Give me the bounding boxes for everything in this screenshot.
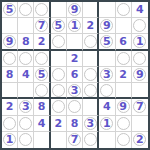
cell-r6c6[interactable] [83,83,99,99]
cell-r7c9[interactable]: 7 [132,99,148,115]
cell-r9c5[interactable]: 7 [67,132,83,148]
odd-marker-circle [84,133,97,146]
given-digit: 7 [34,18,48,33]
cell-r2c2[interactable] [18,18,34,34]
given-digit: 5 [99,34,114,48]
cell-r7c5[interactable] [67,99,83,115]
given-digit: 4 [132,2,148,17]
cell-r8c2[interactable] [18,116,34,132]
odd-marker-circle [52,35,65,48]
cell-r4c9[interactable] [132,51,148,67]
cell-r5c7[interactable]: 3 [99,67,115,83]
cell-r1c8[interactable] [116,2,132,18]
cell-r1c2[interactable] [18,2,34,18]
odd-marker-circle [35,84,48,97]
odd-marker-circle [84,68,97,81]
given-digit: 4 [18,67,33,82]
given-digit: 8 [34,99,48,114]
given-digit: 2 [51,116,66,131]
cell-r8c4[interactable]: 2 [51,116,67,132]
cell-r1c3[interactable] [34,2,50,18]
cell-r8c5[interactable]: 8 [67,116,83,132]
odd-marker-circle [84,35,97,48]
cell-r9c8[interactable] [116,132,132,148]
cell-r5c4[interactable] [51,67,67,83]
cell-r9c7[interactable] [99,132,115,148]
odd-marker-circle [19,3,32,16]
sudoku-board: 5947512998256128456329323849742831172 [0,0,150,150]
cell-r7c1[interactable]: 2 [2,99,18,115]
given-digit: 2 [132,132,148,148]
given-digit: 1 [2,132,17,148]
odd-marker-circle [19,133,32,146]
cell-r3c3[interactable]: 2 [34,34,50,50]
given-digit: 3 [67,83,82,97]
given-digit: 6 [67,67,82,82]
cell-r6c2[interactable] [18,83,34,99]
given-digit: 2 [2,99,17,114]
cell-r9c3[interactable] [34,132,50,148]
cell-r6c5[interactable]: 3 [67,83,83,99]
cell-r5c6[interactable] [83,67,99,83]
given-digit: 2 [67,51,82,66]
cell-r6c4[interactable] [51,83,67,99]
given-digit: 3 [18,99,33,114]
cell-r5c3[interactable]: 5 [34,67,50,83]
given-digit: 5 [51,18,66,33]
cell-r7c2[interactable]: 3 [18,99,34,115]
cell-r2c8[interactable] [116,18,132,34]
given-digit: 5 [2,2,17,17]
cell-r2c5[interactable]: 1 [67,18,83,34]
given-digit: 8 [67,116,82,131]
odd-marker-circle [100,84,113,97]
cell-r5c9[interactable]: 9 [132,67,148,83]
cell-r3c9[interactable]: 1 [132,34,148,50]
given-digit: 6 [116,34,131,48]
cell-r1c6[interactable] [83,2,99,18]
given-digit: 1 [132,34,148,48]
given-digit: 3 [99,67,114,82]
cell-r4c1[interactable] [2,51,18,67]
cell-r4c2[interactable] [18,51,34,67]
cell-r4c4[interactable] [51,51,67,67]
given-digit: 4 [34,116,48,131]
cell-r3c8[interactable]: 6 [116,34,132,50]
odd-marker-circle [133,19,146,32]
given-digit: 5 [34,67,48,82]
odd-marker-circle [3,117,16,130]
cell-r1c1[interactable]: 5 [2,2,18,18]
cell-r7c3[interactable]: 8 [34,99,50,115]
cell-r7c4[interactable] [51,99,67,115]
cell-r7c6[interactable] [83,99,99,115]
cell-r3c1[interactable]: 9 [2,34,18,50]
odd-marker-circle [35,3,48,16]
cell-r5c2[interactable]: 4 [18,67,34,83]
given-digit: 4 [99,99,114,114]
given-digit: 9 [132,67,148,82]
cell-r2c4[interactable]: 5 [51,18,67,34]
odd-marker-circle [52,100,65,113]
cell-r7c7[interactable]: 4 [99,99,115,115]
cell-r3c2[interactable]: 8 [18,34,34,50]
cell-r9c9[interactable]: 2 [132,132,148,148]
cell-r4c5[interactable]: 2 [67,51,83,67]
given-digit: 1 [99,116,114,131]
cell-r9c1[interactable]: 1 [2,132,18,148]
odd-marker-circle [68,100,81,113]
odd-marker-circle [84,84,97,97]
odd-marker-circle [52,84,65,97]
cell-r2c7[interactable]: 9 [99,18,115,34]
cell-r2c1[interactable] [2,18,18,34]
given-digit: 2 [116,67,131,82]
given-digit: 2 [34,34,48,48]
odd-marker-circle [117,117,130,130]
cell-r9c6[interactable] [83,132,99,148]
cell-r8c7[interactable]: 1 [99,116,115,132]
cell-r1c9[interactable]: 4 [132,2,148,18]
given-digit: 7 [132,99,148,114]
cell-r3c5[interactable] [67,34,83,50]
cell-r8c8[interactable] [116,116,132,132]
odd-marker-circle [117,3,130,16]
cell-r6c7[interactable] [99,83,115,99]
given-digit: 8 [2,67,17,82]
cell-r4c8[interactable] [116,51,132,67]
odd-marker-circle [52,68,65,81]
odd-marker-circle [117,52,130,65]
given-digit: 8 [18,34,33,48]
cell-r8c3[interactable]: 4 [34,116,50,132]
cell-r8c6[interactable]: 3 [83,116,99,132]
odd-marker-circle [3,52,16,65]
odd-marker-circle [35,52,48,65]
cell-r1c5[interactable]: 9 [67,2,83,18]
odd-marker-circle [117,133,130,146]
cell-r3c7[interactable]: 5 [99,34,115,50]
given-digit: 9 [2,34,17,48]
cell-r6c3[interactable] [34,83,50,99]
cell-r9c4[interactable] [51,132,67,148]
cell-r6c1[interactable] [2,83,18,99]
cell-r8c9[interactable] [132,116,148,132]
given-digit: 9 [116,99,131,114]
cell-r2c9[interactable] [132,18,148,34]
cell-r3c4[interactable] [51,34,67,50]
cell-r2c3[interactable]: 7 [34,18,50,34]
cell-r4c3[interactable] [34,51,50,67]
given-digit: 2 [83,18,97,33]
cell-r3c6[interactable] [83,34,99,50]
cell-r4c7[interactable] [99,51,115,67]
cell-r1c7[interactable] [99,2,115,18]
given-digit: 9 [99,18,114,33]
cell-r6c8[interactable] [116,83,132,99]
cell-r1c4[interactable] [51,2,67,18]
odd-marker-circle [19,52,32,65]
cell-r5c1[interactable]: 8 [2,67,18,83]
odd-marker-circle [133,52,146,65]
cell-r8c1[interactable] [2,116,18,132]
cell-r9c2[interactable] [18,132,34,148]
given-digit: 7 [67,132,82,148]
given-digit: 9 [67,2,82,17]
given-digit: 1 [67,18,82,33]
given-digit: 3 [83,116,97,131]
cell-r5c8[interactable]: 2 [116,67,132,83]
odd-marker-circle [19,117,32,130]
cell-r4c6[interactable] [83,51,99,67]
cell-r6c9[interactable] [132,83,148,99]
cell-r2c6[interactable]: 2 [83,18,99,34]
cell-r5c5[interactable]: 6 [67,67,83,83]
cell-r7c8[interactable]: 9 [116,99,132,115]
